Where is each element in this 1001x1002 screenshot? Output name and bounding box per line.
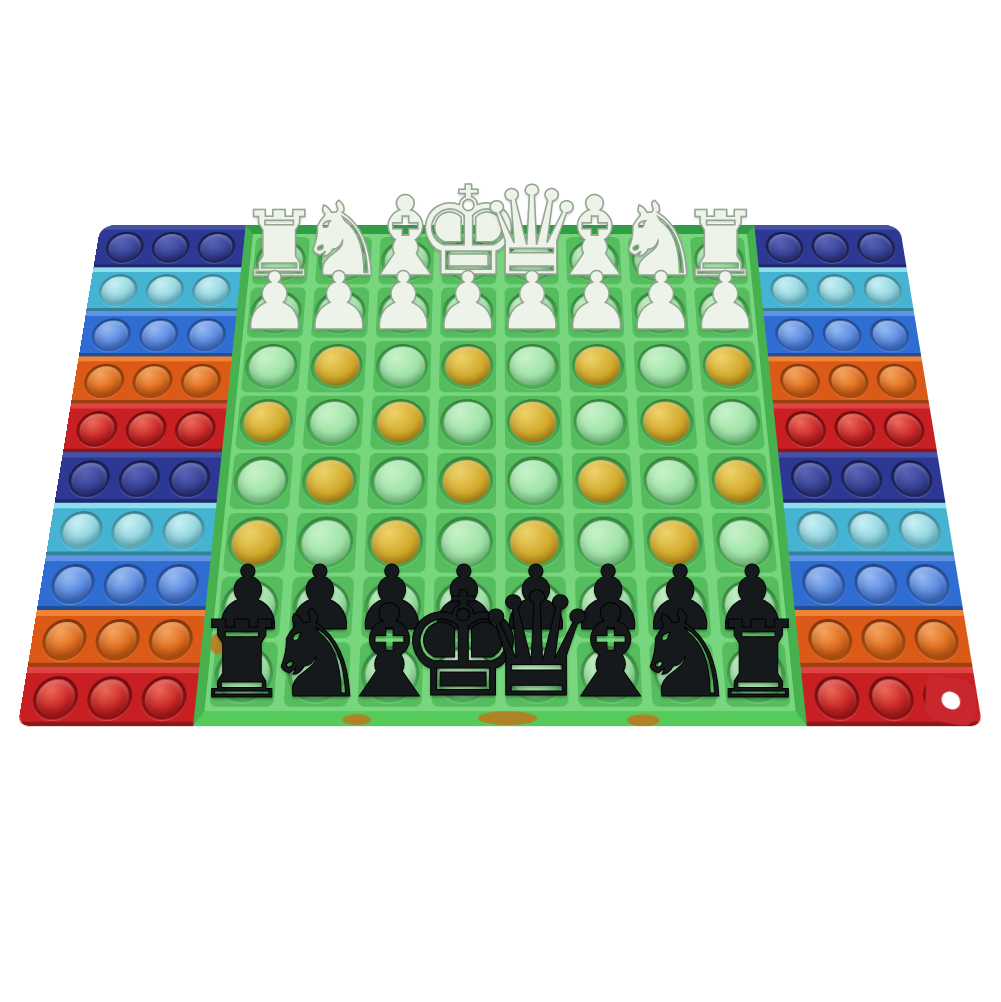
black-rook[interactable]: ♜ (710, 606, 806, 713)
pop-it-chess-board-photo: ♜♞♝♚♛♝♞♜♟♟♟♟♟♟♟♟♟♟♟♟♟♟♟♟♜♞♝♚♛♝♞♜ (60, 170, 940, 730)
white-pawn[interactable]: ♟ (625, 262, 697, 342)
hanging-ring-hole (941, 690, 960, 711)
white-pawn[interactable]: ♟ (561, 262, 633, 342)
white-pawn[interactable]: ♟ (496, 262, 568, 342)
white-pawn[interactable]: ♟ (239, 262, 311, 342)
white-pawn[interactable]: ♟ (368, 262, 440, 342)
white-pawn[interactable]: ♟ (303, 262, 375, 342)
chess-pieces-layer: ♜♞♝♚♛♝♞♜♟♟♟♟♟♟♟♟♟♟♟♟♟♟♟♟♜♞♝♚♛♝♞♜ (60, 170, 940, 730)
white-pawn[interactable]: ♟ (432, 262, 504, 342)
white-pawn[interactable]: ♟ (690, 262, 762, 342)
